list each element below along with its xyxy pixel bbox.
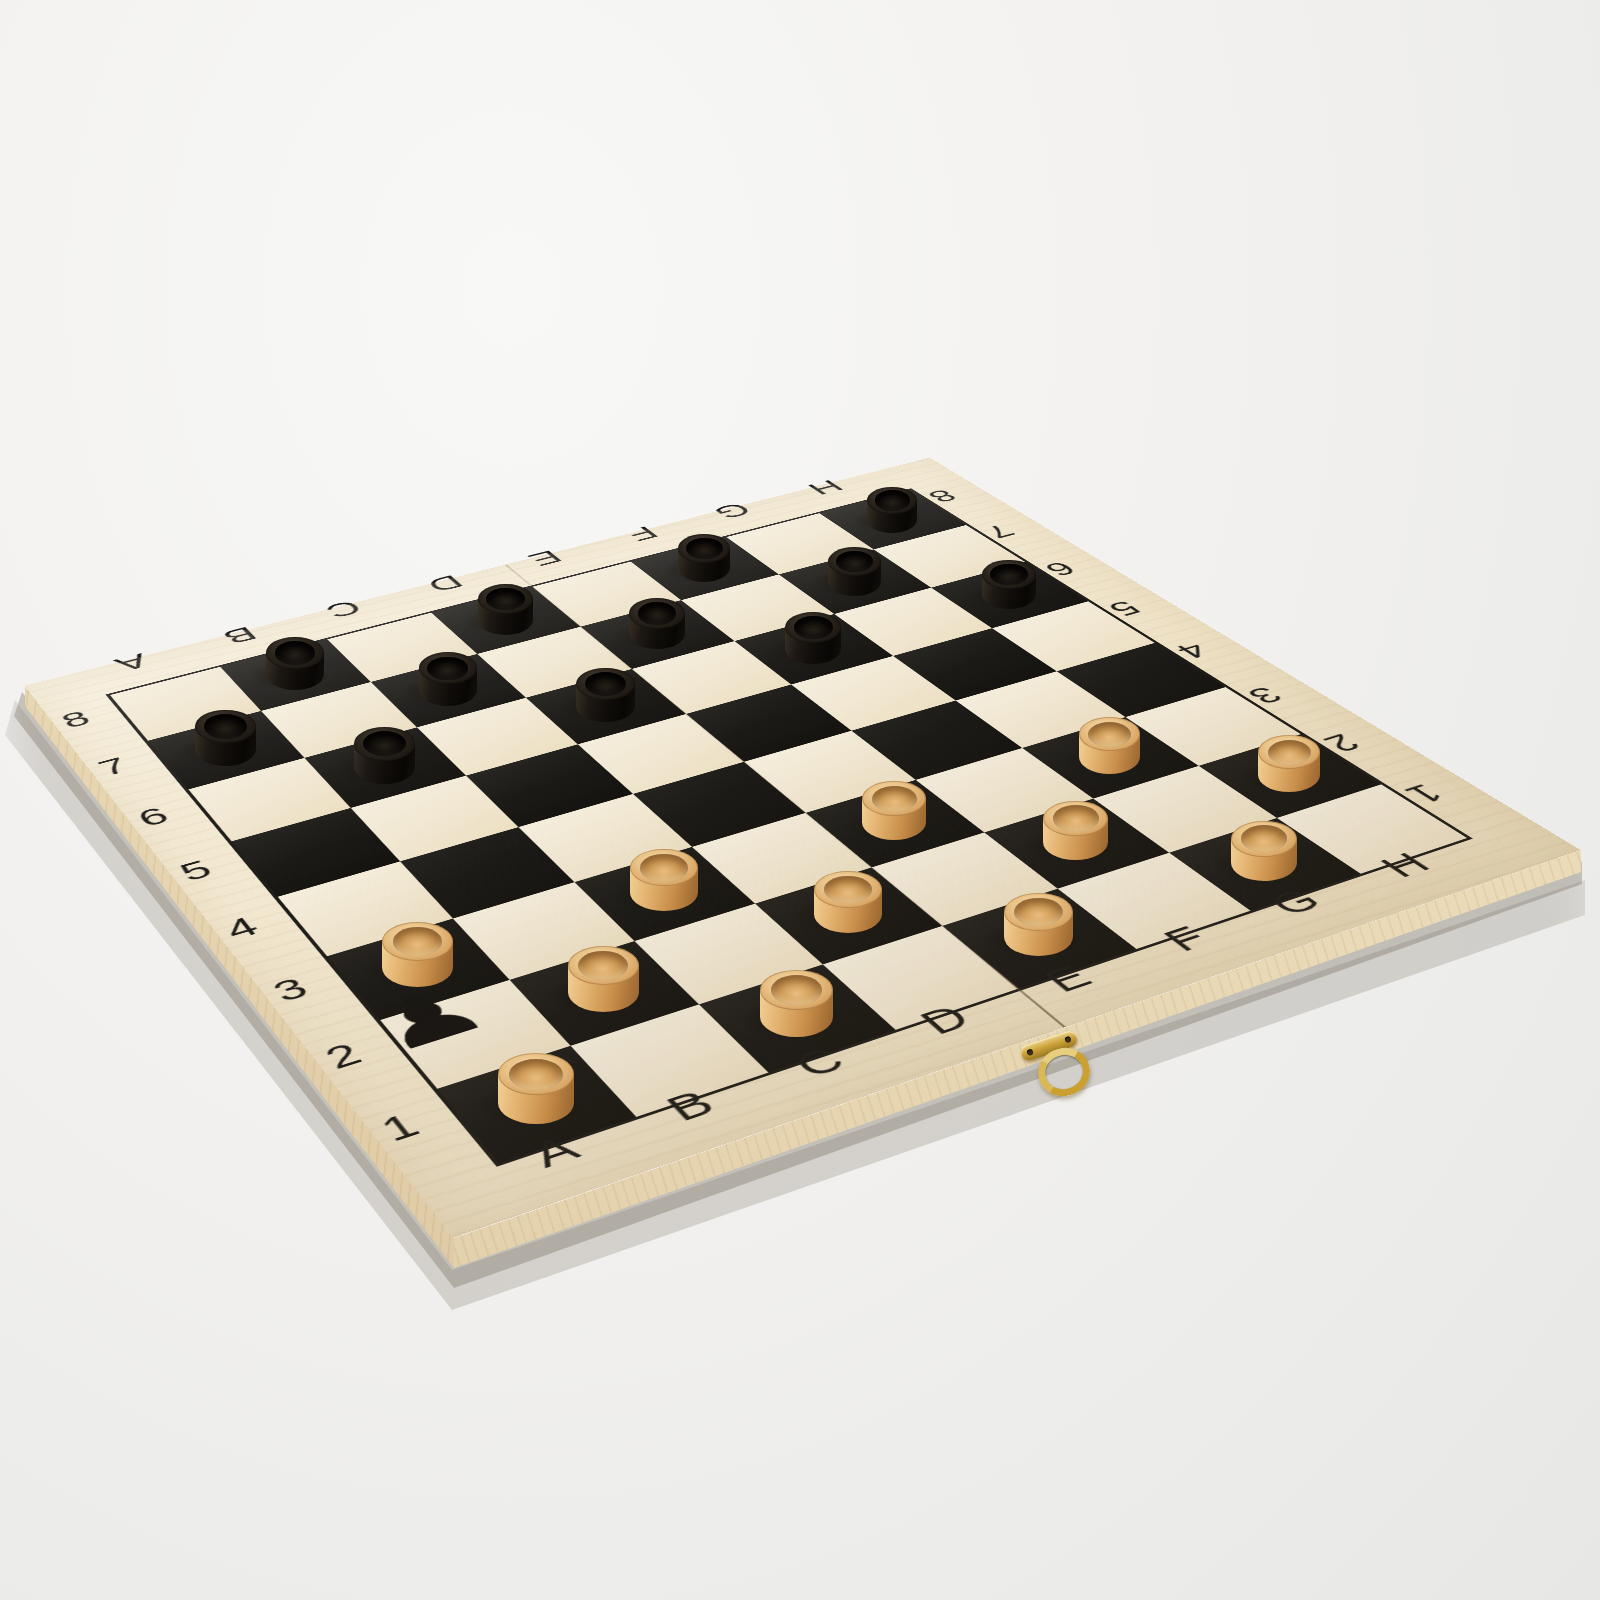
- checker-light-c1[interactable]: [760, 970, 833, 1037]
- checker-top: [678, 534, 731, 563]
- checker-top: [1258, 735, 1320, 769]
- checker-light-d2[interactable]: [814, 871, 882, 934]
- checker-top: [785, 612, 841, 643]
- checker-top: [1004, 893, 1073, 931]
- checker-top: [419, 652, 477, 684]
- checker-dark-d6[interactable]: [576, 668, 635, 722]
- checker-light-g3[interactable]: [1079, 717, 1140, 773]
- checker-top: [568, 946, 640, 985]
- checker-top: [1231, 821, 1297, 857]
- checker-light-f2[interactable]: [1043, 801, 1108, 861]
- checker-top: [382, 922, 453, 961]
- checker-top: [266, 637, 323, 669]
- checker-dark-h6[interactable]: [982, 560, 1036, 609]
- checker-dark-h8[interactable]: [867, 487, 917, 533]
- checker-dark-e7[interactable]: [629, 598, 685, 649]
- checker-light-g1[interactable]: [1231, 821, 1297, 882]
- checker-dark-a7[interactable]: [195, 710, 256, 766]
- checker-light-e1[interactable]: [1004, 893, 1073, 957]
- checker-light-a1[interactable]: [498, 1053, 575, 1123]
- checker-dark-d8[interactable]: [478, 584, 533, 634]
- checker-dark-c7[interactable]: [419, 652, 477, 705]
- checker-top: [354, 727, 416, 761]
- checker-top: [982, 560, 1036, 590]
- checker-dark-g7[interactable]: [828, 547, 881, 596]
- checker-top: [629, 598, 685, 629]
- pieces-layer: [0, 0, 1600, 1600]
- checker-dark-f8[interactable]: [678, 534, 731, 582]
- checker-top: [576, 668, 635, 700]
- checker-dark-f6[interactable]: [785, 612, 841, 664]
- checker-top: [630, 849, 697, 886]
- photo-stage: ♟ ABCDEFGH ABCDEFGH 87654321 87654321: [0, 0, 1600, 1600]
- checker-light-e3[interactable]: [862, 781, 926, 840]
- checker-dark-b6[interactable]: [354, 727, 416, 784]
- checker-top: [1079, 717, 1140, 751]
- checker-light-c3[interactable]: [630, 849, 697, 911]
- checker-dark-b8[interactable]: [266, 637, 323, 690]
- checker-light-a3[interactable]: [382, 922, 453, 987]
- checker-light-b2[interactable]: [568, 946, 640, 1012]
- checker-top: [814, 871, 882, 908]
- checker-top: [760, 970, 833, 1010]
- checker-light-h2[interactable]: [1258, 735, 1320, 792]
- checker-top: [828, 547, 881, 576]
